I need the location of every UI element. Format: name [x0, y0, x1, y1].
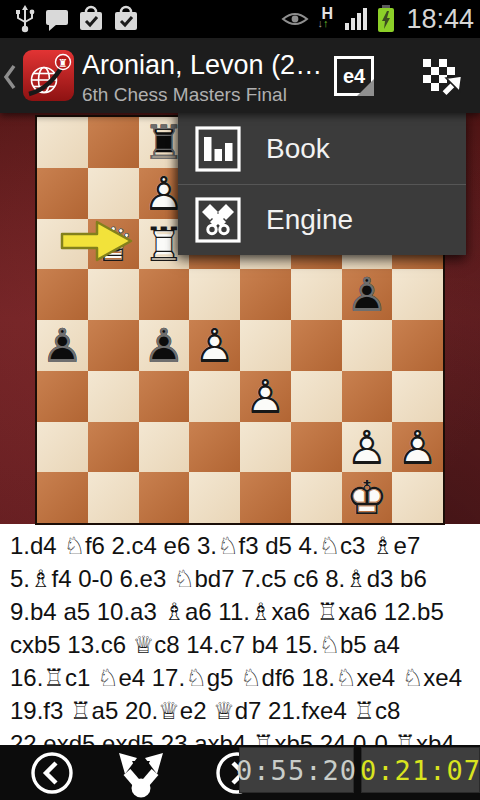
- usb-icon: [14, 5, 36, 33]
- back-chevron-icon[interactable]: [2, 62, 18, 96]
- svg-text:♜: ♜: [58, 57, 68, 70]
- battery-icon: [377, 5, 395, 33]
- square-e4[interactable]: [240, 320, 291, 371]
- square-b8[interactable]: [88, 117, 139, 168]
- bag-check-icon: [78, 5, 104, 33]
- black-clock: 0:21:07: [361, 747, 480, 793]
- square-b3[interactable]: [88, 371, 139, 422]
- square-a8[interactable]: [37, 117, 88, 168]
- square-d1[interactable]: [189, 472, 240, 523]
- event-subtitle: 6th Chess Masters Final: [82, 84, 332, 106]
- bag-check-icon: [113, 5, 139, 33]
- square-g4[interactable]: [342, 320, 393, 371]
- square-e3[interactable]: ♟♙: [240, 371, 291, 422]
- move-line[interactable]: 16.♖c1 ♘e4 17.♘g5 ♘df6 18.♘xe4 ♘xe4: [10, 661, 480, 694]
- square-h1[interactable]: [392, 472, 443, 523]
- square-b5[interactable]: [88, 269, 139, 320]
- square-c1[interactable]: [139, 472, 190, 523]
- signal-icon: [344, 6, 370, 32]
- message-icon: [45, 6, 69, 32]
- square-b2[interactable]: [88, 422, 139, 473]
- square-c2[interactable]: [139, 422, 190, 473]
- square-a7[interactable]: [37, 168, 88, 219]
- move-line[interactable]: cxb5 13.c6 ♕c8 14.c7 b4 15.♘b5 a4: [10, 628, 480, 661]
- square-d2[interactable]: [189, 422, 240, 473]
- piece-white-p-g2[interactable]: ♟♙: [342, 422, 393, 473]
- square-e2[interactable]: [240, 422, 291, 473]
- square-a2[interactable]: [37, 422, 88, 473]
- move-line[interactable]: 1.d4 ♘f6 2.c4 e6 3.♘f3 d5 4.♘c3 ♗e7: [10, 529, 480, 562]
- square-h2[interactable]: ♟♙: [392, 422, 443, 473]
- square-f2[interactable]: [291, 422, 342, 473]
- content-area: ♜♖♟♙♛♕♜♖♟♙♟♙♟♙♟♙♟♙♟♙♟♙♚♔: [0, 113, 480, 800]
- square-f3[interactable]: [291, 371, 342, 422]
- board-export-icon[interactable]: [419, 58, 465, 98]
- book-stats-icon: [195, 126, 241, 172]
- square-e1[interactable]: [240, 472, 291, 523]
- chess-app-screen: H ↓↑ 18:: [0, 0, 480, 800]
- square-h4[interactable]: [392, 320, 443, 371]
- piece-white-p-h2[interactable]: ♟♙: [392, 422, 443, 473]
- eye-icon: [280, 8, 310, 30]
- menu-item-engine[interactable]: Engine: [178, 184, 466, 255]
- square-b1[interactable]: [88, 472, 139, 523]
- app-logo-icon[interactable]: ♜: [22, 49, 75, 102]
- piece-white-q-b6[interactable]: ♛♕: [88, 219, 139, 270]
- square-c3[interactable]: [139, 371, 190, 422]
- piece-white-p-d4[interactable]: ♟♙: [189, 320, 240, 371]
- square-a5[interactable]: [37, 269, 88, 320]
- square-b4[interactable]: [88, 320, 139, 371]
- bottom-toolbar: 0:55:20 0:21:07: [0, 745, 480, 800]
- notation-e4-button[interactable]: e4: [334, 56, 374, 96]
- previous-move-button[interactable]: [30, 751, 74, 795]
- square-a4[interactable]: ♟♙: [37, 320, 88, 371]
- status-bar: H ↓↑ 18:: [0, 0, 480, 38]
- square-a3[interactable]: [37, 371, 88, 422]
- square-b7[interactable]: [88, 168, 139, 219]
- square-f1[interactable]: [291, 472, 342, 523]
- piece-black-p-a4[interactable]: ♟♙: [37, 320, 88, 371]
- piece-black-p-c4[interactable]: ♟♙: [139, 320, 190, 371]
- hsdpa-icon: H ↓↑: [317, 5, 337, 33]
- square-d3[interactable]: [189, 371, 240, 422]
- square-c5[interactable]: [139, 269, 190, 320]
- square-b6[interactable]: ♛♕: [88, 219, 139, 270]
- square-a1[interactable]: [37, 472, 88, 523]
- square-h3[interactable]: [392, 371, 443, 422]
- square-a6[interactable]: [37, 219, 88, 270]
- piece-white-p-e3[interactable]: ♟♙: [240, 371, 291, 422]
- move-line[interactable]: 5.♗f4 0-0 6.e3 ♘bd7 7.c5 c6 8.♗d3 b6: [10, 562, 480, 595]
- square-g5[interactable]: ♟♙: [342, 269, 393, 320]
- square-d5[interactable]: [189, 269, 240, 320]
- menu-item-book[interactable]: Book: [178, 113, 466, 184]
- move-list[interactable]: 1.d4 ♘f6 2.c4 e6 3.♘f3 d5 4.♘c3 ♗e7 5.♗f…: [0, 524, 480, 750]
- e4-corner-triangle: [357, 79, 374, 96]
- square-c4[interactable]: ♟♙: [139, 320, 190, 371]
- white-clock: 0:55:20: [239, 747, 354, 793]
- square-h5[interactable]: [392, 269, 443, 320]
- game-title: Aronian, Levon (2…: [82, 50, 322, 81]
- move-line[interactable]: 19.f3 ♖a5 20.♕e2 ♕d7 21.fxe4 ♖c8: [10, 694, 480, 727]
- square-d4[interactable]: ♟♙: [189, 320, 240, 371]
- square-g3[interactable]: [342, 371, 393, 422]
- app-bar: ♜ Aronian, Levon (2… 6th Chess Masters F…: [0, 38, 480, 113]
- variations-fork-icon[interactable]: [113, 748, 169, 798]
- menu-item-label: Book: [266, 133, 330, 165]
- square-g1[interactable]: ♚♔: [342, 472, 393, 523]
- dropdown-menu: Book: [178, 113, 466, 255]
- menu-item-label: Engine: [266, 204, 353, 236]
- square-f4[interactable]: [291, 320, 342, 371]
- status-clock: 18:44: [406, 4, 474, 35]
- square-g2[interactable]: ♟♙: [342, 422, 393, 473]
- move-line[interactable]: 9.b4 a5 10.a3 ♗a6 11.♗xa6 ♖xa6 12.b5: [10, 595, 480, 628]
- engine-icon: [195, 197, 241, 243]
- piece-white-k-g1[interactable]: ♚♔: [342, 472, 393, 523]
- square-e5[interactable]: [240, 269, 291, 320]
- square-f5[interactable]: [291, 269, 342, 320]
- piece-black-p-g5[interactable]: ♟♙: [342, 269, 393, 320]
